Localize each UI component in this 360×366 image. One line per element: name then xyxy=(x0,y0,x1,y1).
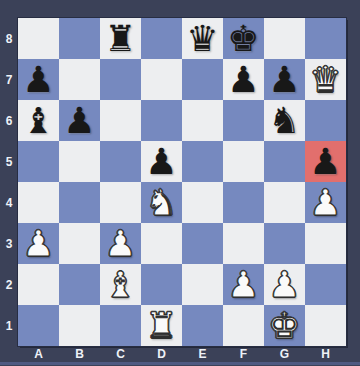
piece-white-king-g1[interactable]: ♚ xyxy=(268,305,300,346)
rank-label-7: 7 xyxy=(0,59,18,100)
square-h1[interactable] xyxy=(305,305,346,346)
square-d8[interactable] xyxy=(141,18,182,59)
square-e6[interactable] xyxy=(182,100,223,141)
piece-black-pawn-b6[interactable]: ♟ xyxy=(63,100,95,141)
square-g6[interactable]: ♞ xyxy=(264,100,305,141)
chess-board[interactable]: ♜♛♚♟♟♟♛♝♟♞♟♟♞♟♟♟♝♟♟♜♚ xyxy=(18,18,346,346)
file-label-h: H xyxy=(305,346,346,362)
square-f2[interactable]: ♟ xyxy=(223,264,264,305)
square-e4[interactable] xyxy=(182,182,223,223)
square-h7[interactable]: ♛ xyxy=(305,59,346,100)
file-labels: ABCDEFGH xyxy=(18,346,346,362)
square-g2[interactable]: ♟ xyxy=(264,264,305,305)
square-b6[interactable]: ♟ xyxy=(59,100,100,141)
piece-black-pawn-f7[interactable]: ♟ xyxy=(227,59,259,100)
square-b7[interactable] xyxy=(59,59,100,100)
square-h3[interactable] xyxy=(305,223,346,264)
square-a2[interactable] xyxy=(18,264,59,305)
rank-label-6: 6 xyxy=(0,100,18,141)
rank-label-1: 1 xyxy=(0,305,18,346)
square-a6[interactable]: ♝ xyxy=(18,100,59,141)
square-h5[interactable]: ♟ xyxy=(305,141,346,182)
piece-white-pawn-g2[interactable]: ♟ xyxy=(268,264,300,305)
rank-label-8: 8 xyxy=(0,18,18,59)
file-label-a: A xyxy=(18,346,59,362)
file-label-g: G xyxy=(264,346,305,362)
file-label-e: E xyxy=(182,346,223,362)
chess-app-window: 87654321 ♜♛♚♟♟♟♛♝♟♞♟♟♞♟♟♟♝♟♟♜♚ ABCDEFGH xyxy=(0,0,360,366)
square-g3[interactable] xyxy=(264,223,305,264)
piece-black-knight-g6[interactable]: ♞ xyxy=(268,100,300,141)
piece-black-king-f8[interactable]: ♚ xyxy=(227,18,259,59)
square-d1[interactable]: ♜ xyxy=(141,305,182,346)
square-f3[interactable] xyxy=(223,223,264,264)
square-c6[interactable] xyxy=(100,100,141,141)
square-c4[interactable] xyxy=(100,182,141,223)
square-a4[interactable] xyxy=(18,182,59,223)
square-b3[interactable] xyxy=(59,223,100,264)
file-label-d: D xyxy=(141,346,182,362)
bottom-accent-line xyxy=(0,362,360,365)
square-a3[interactable]: ♟ xyxy=(18,223,59,264)
piece-white-queen-h7[interactable]: ♛ xyxy=(309,59,341,100)
file-label-b: B xyxy=(59,346,100,362)
square-f1[interactable] xyxy=(223,305,264,346)
piece-black-pawn-h5[interactable]: ♟ xyxy=(309,141,341,182)
piece-black-pawn-a7[interactable]: ♟ xyxy=(22,59,54,100)
square-a5[interactable] xyxy=(18,141,59,182)
square-h8[interactable] xyxy=(305,18,346,59)
piece-white-pawn-h4[interactable]: ♟ xyxy=(309,182,341,223)
square-c8[interactable]: ♜ xyxy=(100,18,141,59)
square-b2[interactable] xyxy=(59,264,100,305)
square-e1[interactable] xyxy=(182,305,223,346)
rank-labels: 87654321 xyxy=(0,18,18,346)
square-g4[interactable] xyxy=(264,182,305,223)
file-label-f: F xyxy=(223,346,264,362)
square-e8[interactable]: ♛ xyxy=(182,18,223,59)
square-f8[interactable]: ♚ xyxy=(223,18,264,59)
piece-white-bishop-c2[interactable]: ♝ xyxy=(104,264,136,305)
square-c3[interactable]: ♟ xyxy=(100,223,141,264)
piece-white-rook-d1[interactable]: ♜ xyxy=(145,305,177,346)
piece-black-queen-e8[interactable]: ♛ xyxy=(186,18,218,59)
square-e2[interactable] xyxy=(182,264,223,305)
square-g7[interactable]: ♟ xyxy=(264,59,305,100)
square-h6[interactable] xyxy=(305,100,346,141)
square-e3[interactable] xyxy=(182,223,223,264)
piece-black-rook-c8[interactable]: ♜ xyxy=(104,18,136,59)
rank-label-3: 3 xyxy=(0,223,18,264)
square-a8[interactable] xyxy=(18,18,59,59)
square-c2[interactable]: ♝ xyxy=(100,264,141,305)
square-d2[interactable] xyxy=(141,264,182,305)
square-g8[interactable] xyxy=(264,18,305,59)
square-b8[interactable] xyxy=(59,18,100,59)
square-f6[interactable] xyxy=(223,100,264,141)
square-b4[interactable] xyxy=(59,182,100,223)
square-b1[interactable] xyxy=(59,305,100,346)
square-c7[interactable] xyxy=(100,59,141,100)
square-d5[interactable]: ♟ xyxy=(141,141,182,182)
square-d7[interactable] xyxy=(141,59,182,100)
piece-black-pawn-d5[interactable]: ♟ xyxy=(145,141,177,182)
piece-black-bishop-a6[interactable]: ♝ xyxy=(22,100,54,141)
square-a1[interactable] xyxy=(18,305,59,346)
square-d4[interactable]: ♞ xyxy=(141,182,182,223)
rank-label-2: 2 xyxy=(0,264,18,305)
piece-black-pawn-g7[interactable]: ♟ xyxy=(268,59,300,100)
square-e7[interactable] xyxy=(182,59,223,100)
square-c1[interactable] xyxy=(100,305,141,346)
square-g1[interactable]: ♚ xyxy=(264,305,305,346)
square-c5[interactable] xyxy=(100,141,141,182)
square-b5[interactable] xyxy=(59,141,100,182)
rank-label-4: 4 xyxy=(0,182,18,223)
piece-white-pawn-a3[interactable]: ♟ xyxy=(22,223,54,264)
square-e5[interactable] xyxy=(182,141,223,182)
square-d3[interactable] xyxy=(141,223,182,264)
square-a7[interactable]: ♟ xyxy=(18,59,59,100)
rank-label-5: 5 xyxy=(0,141,18,182)
file-label-c: C xyxy=(100,346,141,362)
square-f4[interactable] xyxy=(223,182,264,223)
piece-white-pawn-c3[interactable]: ♟ xyxy=(104,223,136,264)
piece-white-knight-d4[interactable]: ♞ xyxy=(145,182,177,223)
square-h2[interactable] xyxy=(305,264,346,305)
square-f7[interactable]: ♟ xyxy=(223,59,264,100)
square-g5[interactable] xyxy=(264,141,305,182)
piece-white-pawn-f2[interactable]: ♟ xyxy=(227,264,259,305)
square-f5[interactable] xyxy=(223,141,264,182)
square-d6[interactable] xyxy=(141,100,182,141)
square-h4[interactable]: ♟ xyxy=(305,182,346,223)
